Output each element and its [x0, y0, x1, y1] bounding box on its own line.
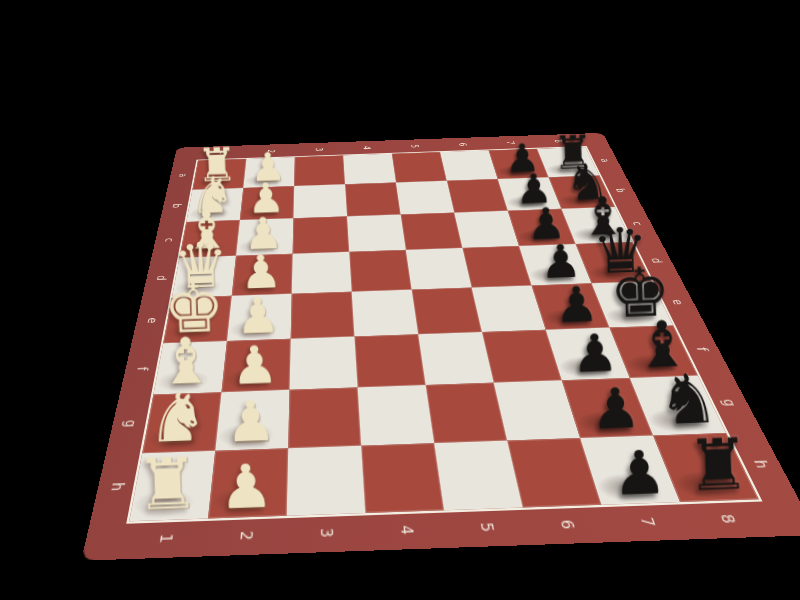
coord-rank-1: 1 — [217, 151, 229, 155]
piece-black-rook-h8[interactable]: ♜ — [678, 428, 759, 502]
square-g5[interactable] — [426, 383, 507, 443]
coord-rank-4: 4 — [397, 525, 417, 535]
square-g2[interactable]: ♟ — [215, 390, 289, 451]
coord-file-c: c — [630, 221, 645, 225]
square-a4[interactable] — [343, 154, 396, 185]
square-f4[interactable] — [354, 334, 425, 387]
square-b5[interactable] — [396, 181, 454, 215]
coord-holder: 1 — [122, 518, 208, 559]
square-f6[interactable] — [482, 330, 562, 383]
coord-rank-6: 6 — [556, 519, 577, 529]
square-b4[interactable] — [345, 183, 401, 217]
coord-file-e: e — [144, 317, 160, 323]
coord-holder: 2 — [204, 516, 287, 557]
coord-file-h: h — [107, 482, 126, 491]
square-f7[interactable]: ♟ — [546, 328, 630, 381]
square-f3[interactable] — [290, 337, 358, 390]
square-g3[interactable] — [288, 387, 361, 448]
piece-black-pawn-h7[interactable]: ♟ — [599, 442, 680, 505]
square-c5[interactable] — [401, 213, 463, 250]
square-h1[interactable]: ♜ — [129, 451, 215, 521]
piece-white-rook-h1[interactable]: ♜ — [127, 448, 208, 522]
square-b3[interactable] — [293, 184, 347, 218]
square-e4[interactable] — [352, 290, 419, 337]
square-d5[interactable] — [406, 248, 472, 290]
coord-holder: 5 — [444, 507, 531, 547]
coord-file-a: a — [598, 158, 611, 162]
square-d4[interactable] — [349, 250, 411, 292]
coord-rank-5: 5 — [409, 144, 421, 148]
square-h4[interactable] — [361, 443, 444, 513]
piece-black-pawn-f7[interactable]: ♟ — [560, 326, 630, 381]
chessboard-mat: 12345678 12345678 abcdefgh abcdefgh ♜♟♟♜… — [81, 133, 800, 561]
square-e5[interactable] — [412, 287, 482, 334]
square-f5[interactable] — [418, 332, 493, 385]
coord-file-a: a — [177, 173, 189, 177]
coord-file-b: b — [170, 204, 183, 209]
coord-rank-8: 8 — [552, 139, 565, 143]
coord-holder: 8 — [680, 499, 777, 539]
coord-holder: 3 — [286, 513, 368, 554]
coord-rank-7: 7 — [636, 517, 658, 527]
square-f2[interactable]: ♟ — [221, 339, 290, 392]
square-d6[interactable] — [462, 246, 531, 288]
coord-file-b: b — [613, 188, 627, 192]
piece-white-pawn-h2[interactable]: ♟ — [206, 455, 287, 518]
perspective-scene: 12345678 12345678 abcdefgh abcdefgh ♜♟♟♜… — [0, 0, 800, 600]
square-h3[interactable] — [287, 446, 366, 516]
coord-rank-7: 7 — [504, 141, 516, 145]
square-g6[interactable] — [494, 380, 580, 440]
coord-rank-2: 2 — [265, 149, 276, 153]
coord-holder: 7 — [601, 502, 695, 542]
square-c3[interactable] — [293, 216, 350, 254]
square-g4[interactable] — [358, 385, 435, 446]
coord-file-g: g — [121, 419, 139, 427]
board: ♜♟♟♜♞♟♟♞♝♟♟♝♛♟♟♛♚♟♟♚♝♟♟♝♞♟♟♞♜♟♟♜ — [129, 147, 758, 521]
square-h2[interactable]: ♟ — [208, 448, 288, 518]
piece-black-pawn-g7[interactable]: ♟ — [578, 379, 653, 437]
coord-rank-4: 4 — [361, 146, 373, 150]
camera-tilt: 12345678 12345678 abcdefgh abcdefgh ♜♟♟♜… — [0, 0, 800, 600]
piece-white-pawn-g2[interactable]: ♟ — [213, 392, 288, 450]
coord-holder: 6 — [523, 505, 614, 545]
coord-rank-5: 5 — [477, 522, 498, 532]
coord-holder: 4 — [365, 510, 449, 551]
square-a3[interactable] — [294, 155, 345, 186]
square-e3[interactable] — [291, 292, 355, 339]
coord-rank-2: 2 — [236, 531, 255, 541]
square-d3[interactable] — [292, 252, 352, 294]
piece-white-pawn-f2[interactable]: ♟ — [220, 338, 290, 393]
square-c4[interactable] — [347, 214, 406, 251]
coord-rank-1: 1 — [156, 533, 176, 543]
coord-file-c: c — [162, 238, 176, 242]
coord-rank-8: 8 — [716, 514, 739, 524]
photo-background: 12345678 12345678 abcdefgh abcdefgh ♜♟♟♜… — [0, 0, 800, 600]
coord-rank-3: 3 — [317, 528, 336, 538]
coord-file-f: f — [134, 367, 150, 371]
coord-rank-6: 6 — [456, 143, 468, 147]
coord-rank-3: 3 — [313, 148, 324, 152]
square-a5[interactable] — [392, 152, 447, 183]
